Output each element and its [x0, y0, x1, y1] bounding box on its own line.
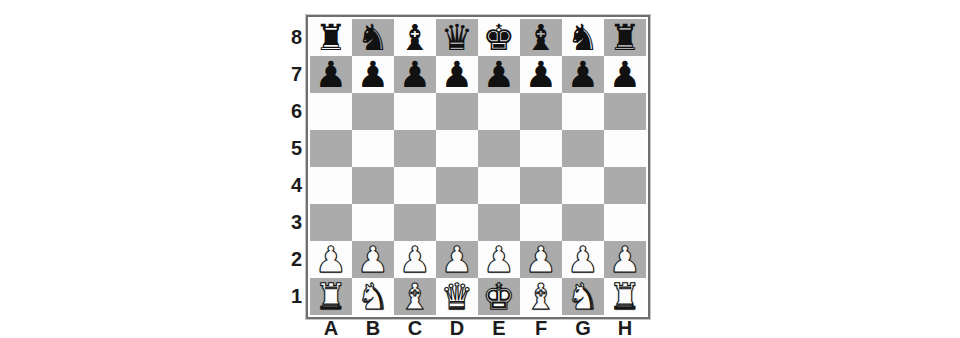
square-g6[interactable]: [562, 93, 604, 130]
piece-white-pawn[interactable]: ♟: [483, 242, 515, 278]
piece-black-pawn[interactable]: ♟: [399, 57, 431, 93]
piece-black-pawn[interactable]: ♟: [525, 57, 557, 93]
square-d1[interactable]: ♛: [436, 278, 478, 315]
square-g3[interactable]: [562, 204, 604, 241]
piece-black-queen[interactable]: ♛: [441, 20, 473, 56]
square-a1[interactable]: ♜: [310, 278, 352, 315]
piece-white-rook[interactable]: ♜: [609, 279, 641, 315]
file-label-f: F: [520, 318, 562, 338]
piece-black-rook[interactable]: ♜: [609, 20, 641, 56]
square-a8[interactable]: ♜: [310, 19, 352, 56]
piece-black-pawn[interactable]: ♟: [441, 57, 473, 93]
piece-white-pawn[interactable]: ♟: [315, 242, 347, 278]
chess-board: ♜♞♝♛♚♝♞♜♟♟♟♟♟♟♟♟♟♟♟♟♟♟♟♟♜♞♝♛♚♝♞♜: [306, 15, 650, 319]
piece-white-pawn[interactable]: ♟: [357, 242, 389, 278]
piece-white-rook[interactable]: ♜: [315, 279, 347, 315]
square-g1[interactable]: ♞: [562, 278, 604, 315]
square-f8[interactable]: ♝: [520, 19, 562, 56]
rank-label-7: 7: [280, 56, 302, 93]
piece-black-bishop[interactable]: ♝: [399, 20, 431, 56]
square-d4[interactable]: [436, 167, 478, 204]
square-a6[interactable]: [310, 93, 352, 130]
file-label-h: H: [604, 318, 646, 338]
piece-black-rook[interactable]: ♜: [315, 20, 347, 56]
file-label-e: E: [478, 318, 520, 338]
square-d5[interactable]: [436, 130, 478, 167]
square-f1[interactable]: ♝: [520, 278, 562, 315]
rank-label-8: 8: [280, 19, 302, 56]
square-c6[interactable]: [394, 93, 436, 130]
square-a7[interactable]: ♟: [310, 56, 352, 93]
square-g2[interactable]: ♟: [562, 241, 604, 278]
piece-white-pawn[interactable]: ♟: [609, 242, 641, 278]
piece-black-bishop[interactable]: ♝: [525, 20, 557, 56]
piece-white-bishop[interactable]: ♝: [399, 279, 431, 315]
square-c1[interactable]: ♝: [394, 278, 436, 315]
piece-black-pawn[interactable]: ♟: [567, 57, 599, 93]
square-c2[interactable]: ♟: [394, 241, 436, 278]
piece-black-pawn[interactable]: ♟: [609, 57, 641, 93]
square-e5[interactable]: [478, 130, 520, 167]
piece-white-pawn[interactable]: ♟: [441, 242, 473, 278]
piece-white-knight[interactable]: ♞: [567, 279, 599, 315]
square-e2[interactable]: ♟: [478, 241, 520, 278]
square-g5[interactable]: [562, 130, 604, 167]
square-f7[interactable]: ♟: [520, 56, 562, 93]
square-d3[interactable]: [436, 204, 478, 241]
rank-label-2: 2: [280, 241, 302, 278]
square-h2[interactable]: ♟: [604, 241, 646, 278]
square-b3[interactable]: [352, 204, 394, 241]
rank-label-4: 4: [280, 167, 302, 204]
square-h8[interactable]: ♜: [604, 19, 646, 56]
file-label-d: D: [436, 318, 478, 338]
chess-diagram: 87654321 ♜♞♝♛♚♝♞♜♟♟♟♟♟♟♟♟♟♟♟♟♟♟♟♟♜♞♝♛♚♝♞…: [0, 0, 960, 338]
square-e8[interactable]: ♚: [478, 19, 520, 56]
square-a3[interactable]: [310, 204, 352, 241]
square-b8[interactable]: ♞: [352, 19, 394, 56]
piece-black-knight[interactable]: ♞: [567, 20, 599, 56]
piece-black-pawn[interactable]: ♟: [315, 57, 347, 93]
file-labels: ABCDEFGH: [310, 318, 646, 338]
piece-black-pawn[interactable]: ♟: [483, 57, 515, 93]
square-c4[interactable]: [394, 167, 436, 204]
piece-white-pawn[interactable]: ♟: [525, 242, 557, 278]
square-c7[interactable]: ♟: [394, 56, 436, 93]
rank-label-1: 1: [280, 278, 302, 315]
square-e7[interactable]: ♟: [478, 56, 520, 93]
piece-white-knight[interactable]: ♞: [357, 279, 389, 315]
square-b5[interactable]: [352, 130, 394, 167]
square-g7[interactable]: ♟: [562, 56, 604, 93]
piece-white-queen[interactable]: ♛: [441, 279, 473, 315]
square-h3[interactable]: [604, 204, 646, 241]
square-f5[interactable]: [520, 130, 562, 167]
file-label-g: G: [562, 318, 604, 338]
square-a4[interactable]: [310, 167, 352, 204]
square-c8[interactable]: ♝: [394, 19, 436, 56]
square-b2[interactable]: ♟: [352, 241, 394, 278]
square-e3[interactable]: [478, 204, 520, 241]
square-d7[interactable]: ♟: [436, 56, 478, 93]
piece-white-king[interactable]: ♚: [483, 279, 515, 315]
square-d6[interactable]: [436, 93, 478, 130]
rank-labels: 87654321: [280, 19, 302, 315]
square-h4[interactable]: [604, 167, 646, 204]
square-f3[interactable]: [520, 204, 562, 241]
square-c3[interactable]: [394, 204, 436, 241]
file-label-b: B: [352, 318, 394, 338]
piece-black-pawn[interactable]: ♟: [357, 57, 389, 93]
square-f2[interactable]: ♟: [520, 241, 562, 278]
square-e4[interactable]: [478, 167, 520, 204]
file-label-a: A: [310, 318, 352, 338]
square-c5[interactable]: [394, 130, 436, 167]
piece-white-bishop[interactable]: ♝: [525, 279, 557, 315]
square-a5[interactable]: [310, 130, 352, 167]
square-b1[interactable]: ♞: [352, 278, 394, 315]
square-e6[interactable]: [478, 93, 520, 130]
square-f6[interactable]: [520, 93, 562, 130]
rank-label-3: 3: [280, 204, 302, 241]
square-b7[interactable]: ♟: [352, 56, 394, 93]
square-b4[interactable]: [352, 167, 394, 204]
square-d8[interactable]: ♛: [436, 19, 478, 56]
square-b6[interactable]: [352, 93, 394, 130]
rank-label-5: 5: [280, 130, 302, 167]
file-label-c: C: [394, 318, 436, 338]
square-g4[interactable]: [562, 167, 604, 204]
square-h7[interactable]: ♟: [604, 56, 646, 93]
rank-label-6: 6: [280, 93, 302, 130]
square-h5[interactable]: [604, 130, 646, 167]
piece-black-king[interactable]: ♚: [483, 20, 515, 56]
square-e1[interactable]: ♚: [478, 278, 520, 315]
square-d2[interactable]: ♟: [436, 241, 478, 278]
piece-black-knight[interactable]: ♞: [357, 20, 389, 56]
piece-white-pawn[interactable]: ♟: [567, 242, 599, 278]
square-f4[interactable]: [520, 167, 562, 204]
piece-white-pawn[interactable]: ♟: [399, 242, 431, 278]
square-h1[interactable]: ♜: [604, 278, 646, 315]
square-g8[interactable]: ♞: [562, 19, 604, 56]
square-h6[interactable]: [604, 93, 646, 130]
square-a2[interactable]: ♟: [310, 241, 352, 278]
